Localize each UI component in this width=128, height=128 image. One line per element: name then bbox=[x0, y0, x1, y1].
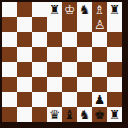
square-e3[interactable] bbox=[62, 77, 77, 92]
square-g3[interactable] bbox=[92, 77, 107, 92]
square-g6[interactable] bbox=[92, 32, 107, 47]
square-d8[interactable]: ♜ bbox=[47, 2, 62, 17]
piece-black-queen: ♛ bbox=[49, 107, 60, 122]
piece-white-pawn: ♙ bbox=[94, 17, 105, 32]
square-g2[interactable]: ♟ bbox=[92, 92, 107, 107]
square-h1[interactable]: ♜ bbox=[107, 107, 122, 122]
square-b5[interactable] bbox=[17, 47, 32, 62]
square-d2[interactable] bbox=[47, 92, 62, 107]
square-a7[interactable] bbox=[2, 17, 17, 32]
square-h7[interactable] bbox=[107, 17, 122, 32]
square-e5[interactable] bbox=[62, 47, 77, 62]
square-e4[interactable] bbox=[62, 62, 77, 77]
square-b7[interactable] bbox=[17, 17, 32, 32]
square-d4[interactable] bbox=[47, 62, 62, 77]
piece-black-pawn: ♟ bbox=[94, 92, 105, 107]
square-e1[interactable]: ♝ bbox=[62, 107, 77, 122]
square-c4[interactable] bbox=[32, 62, 47, 77]
piece-black-rook: ♜ bbox=[109, 2, 120, 17]
piece-black-king: ♚ bbox=[94, 107, 105, 122]
square-a4[interactable] bbox=[2, 62, 17, 77]
square-b4[interactable] bbox=[17, 62, 32, 77]
square-g7[interactable]: ♙ bbox=[92, 17, 107, 32]
square-b3[interactable] bbox=[17, 77, 32, 92]
square-f7[interactable] bbox=[77, 17, 92, 32]
square-f6[interactable] bbox=[77, 32, 92, 47]
chess-board: ♜♔♞♗♜♙♟♛♝♞♚♜ bbox=[2, 2, 122, 122]
square-a8[interactable] bbox=[2, 2, 17, 17]
square-b6[interactable] bbox=[17, 32, 32, 47]
square-e6[interactable] bbox=[62, 32, 77, 47]
square-d6[interactable] bbox=[47, 32, 62, 47]
square-c3[interactable] bbox=[32, 77, 47, 92]
square-d7[interactable] bbox=[47, 17, 62, 32]
square-g8[interactable]: ♗ bbox=[92, 2, 107, 17]
square-g4[interactable] bbox=[92, 62, 107, 77]
square-f4[interactable] bbox=[77, 62, 92, 77]
chess-board-frame: ♜♔♞♗♜♙♟♛♝♞♚♜ bbox=[0, 0, 128, 128]
square-g5[interactable] bbox=[92, 47, 107, 62]
square-c2[interactable] bbox=[32, 92, 47, 107]
square-h8[interactable]: ♜ bbox=[107, 2, 122, 17]
piece-black-knight: ♞ bbox=[79, 2, 90, 17]
square-c8[interactable] bbox=[32, 2, 47, 17]
square-f1[interactable]: ♞ bbox=[77, 107, 92, 122]
square-b1[interactable] bbox=[17, 107, 32, 122]
square-d3[interactable] bbox=[47, 77, 62, 92]
piece-black-rook: ♜ bbox=[109, 107, 120, 122]
square-c6[interactable] bbox=[32, 32, 47, 47]
square-b8[interactable] bbox=[17, 2, 32, 17]
square-h4[interactable] bbox=[107, 62, 122, 77]
square-c5[interactable] bbox=[32, 47, 47, 62]
square-f8[interactable]: ♞ bbox=[77, 2, 92, 17]
square-h2[interactable] bbox=[107, 92, 122, 107]
square-e8[interactable]: ♔ bbox=[62, 2, 77, 17]
square-g1[interactable]: ♚ bbox=[92, 107, 107, 122]
square-a6[interactable] bbox=[2, 32, 17, 47]
square-f2[interactable] bbox=[77, 92, 92, 107]
piece-black-bishop: ♝ bbox=[64, 107, 75, 122]
square-d1[interactable]: ♛ bbox=[47, 107, 62, 122]
square-b2[interactable] bbox=[17, 92, 32, 107]
square-e7[interactable] bbox=[62, 17, 77, 32]
piece-white-king: ♔ bbox=[64, 2, 75, 17]
square-a1[interactable] bbox=[2, 107, 17, 122]
square-a2[interactable] bbox=[2, 92, 17, 107]
square-a3[interactable] bbox=[2, 77, 17, 92]
square-e2[interactable] bbox=[62, 92, 77, 107]
square-f5[interactable] bbox=[77, 47, 92, 62]
piece-white-bishop: ♗ bbox=[94, 2, 105, 17]
square-c1[interactable] bbox=[32, 107, 47, 122]
square-a5[interactable] bbox=[2, 47, 17, 62]
square-h6[interactable] bbox=[107, 32, 122, 47]
square-d5[interactable] bbox=[47, 47, 62, 62]
square-f3[interactable] bbox=[77, 77, 92, 92]
square-h3[interactable] bbox=[107, 77, 122, 92]
piece-black-knight: ♞ bbox=[79, 107, 90, 122]
square-c7[interactable] bbox=[32, 17, 47, 32]
square-h5[interactable] bbox=[107, 47, 122, 62]
piece-black-rook: ♜ bbox=[49, 2, 60, 17]
